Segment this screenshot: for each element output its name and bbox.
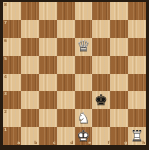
square-b5[interactable] [21, 56, 39, 74]
coord-rank-1: 1 [4, 127, 7, 131]
square-g1[interactable]: g [110, 127, 128, 145]
square-b1[interactable]: b [21, 127, 39, 145]
coord-rank-6: 6 [4, 38, 7, 42]
knight-outline-icon: ♘ [77, 111, 90, 126]
square-a3[interactable]: 3 [3, 91, 21, 109]
square-g6[interactable] [110, 38, 128, 56]
board-frame: 876♛♕543♚2♞♘1abcde♚♔fgh♜♖ [0, 0, 149, 150]
square-f5[interactable] [92, 56, 110, 74]
square-c4[interactable] [39, 74, 57, 92]
square-c7[interactable] [39, 20, 57, 38]
white-queen[interactable]: ♛♕ [75, 38, 93, 56]
square-h6[interactable] [128, 38, 146, 56]
square-e6[interactable]: ♛♕ [75, 38, 93, 56]
square-h7[interactable] [128, 20, 146, 38]
coord-rank-4: 4 [4, 74, 7, 78]
coord-file-d: d [70, 141, 73, 145]
square-g4[interactable] [110, 74, 128, 92]
king-icon: ♚ [95, 93, 108, 108]
square-a5[interactable]: 5 [3, 56, 21, 74]
white-king[interactable]: ♚♔ [75, 127, 93, 145]
square-f2[interactable] [92, 109, 110, 127]
rook-outline-icon: ♖ [130, 129, 143, 144]
square-d7[interactable] [57, 20, 75, 38]
square-c2[interactable] [39, 109, 57, 127]
square-e3[interactable] [75, 91, 93, 109]
knight-icon: ♞ [77, 111, 90, 126]
square-g3[interactable] [110, 91, 128, 109]
square-h4[interactable] [128, 74, 146, 92]
square-g5[interactable] [110, 56, 128, 74]
square-d4[interactable] [57, 74, 75, 92]
square-a6[interactable]: 6 [3, 38, 21, 56]
square-h3[interactable] [128, 91, 146, 109]
square-b8[interactable] [21, 2, 39, 20]
square-a4[interactable]: 4 [3, 74, 21, 92]
square-c3[interactable] [39, 91, 57, 109]
square-d3[interactable] [57, 91, 75, 109]
square-d1[interactable]: d [57, 127, 75, 145]
square-a8[interactable]: 8 [3, 2, 21, 20]
coord-rank-5: 5 [4, 56, 7, 60]
square-b2[interactable] [21, 109, 39, 127]
coord-file-g: g [124, 141, 127, 145]
coord-rank-2: 2 [4, 109, 7, 113]
square-d8[interactable] [57, 2, 75, 20]
square-f1[interactable]: f [92, 127, 110, 145]
square-f8[interactable] [92, 2, 110, 20]
square-d2[interactable] [57, 109, 75, 127]
king-outline-icon: ♔ [77, 129, 90, 144]
square-b6[interactable] [21, 38, 39, 56]
square-f4[interactable] [92, 74, 110, 92]
square-g2[interactable] [110, 109, 128, 127]
square-h5[interactable] [128, 56, 146, 74]
square-h1[interactable]: h♜♖ [128, 127, 146, 145]
square-a2[interactable]: 2 [3, 109, 21, 127]
square-e4[interactable] [75, 74, 93, 92]
square-d6[interactable] [57, 38, 75, 56]
square-c6[interactable] [39, 38, 57, 56]
chess-board: 876♛♕543♚2♞♘1abcde♚♔fgh♜♖ [3, 2, 146, 145]
square-d5[interactable] [57, 56, 75, 74]
square-h8[interactable] [128, 2, 146, 20]
king-icon: ♚ [77, 129, 90, 144]
queen-outline-icon: ♕ [77, 39, 90, 54]
square-e7[interactable] [75, 20, 93, 38]
coord-file-b: b [35, 141, 38, 145]
square-f6[interactable] [92, 38, 110, 56]
coord-file-f: f [107, 141, 109, 145]
square-a7[interactable]: 7 [3, 20, 21, 38]
rook-icon: ♜ [130, 129, 143, 144]
square-b7[interactable] [21, 20, 39, 38]
coord-rank-7: 7 [4, 20, 7, 24]
coord-rank-3: 3 [4, 91, 7, 95]
square-f3[interactable]: ♚ [92, 91, 110, 109]
square-g7[interactable] [110, 20, 128, 38]
square-c5[interactable] [39, 56, 57, 74]
coord-rank-8: 8 [4, 2, 7, 6]
square-g8[interactable] [110, 2, 128, 20]
coord-file-a: a [17, 141, 20, 145]
square-h2[interactable] [128, 109, 146, 127]
square-f7[interactable] [92, 20, 110, 38]
square-c1[interactable]: c [39, 127, 57, 145]
square-b3[interactable] [21, 91, 39, 109]
square-b4[interactable] [21, 74, 39, 92]
square-e8[interactable] [75, 2, 93, 20]
square-e2[interactable]: ♞♘ [75, 109, 93, 127]
square-e1[interactable]: e♚♔ [75, 127, 93, 145]
coord-file-c: c [53, 141, 55, 145]
square-c8[interactable] [39, 2, 57, 20]
white-rook[interactable]: ♜♖ [128, 127, 146, 145]
queen-icon: ♛ [77, 39, 90, 54]
black-king[interactable]: ♚ [92, 91, 110, 109]
square-a1[interactable]: 1a [3, 127, 21, 145]
square-e5[interactable] [75, 56, 93, 74]
white-knight[interactable]: ♞♘ [75, 109, 93, 127]
